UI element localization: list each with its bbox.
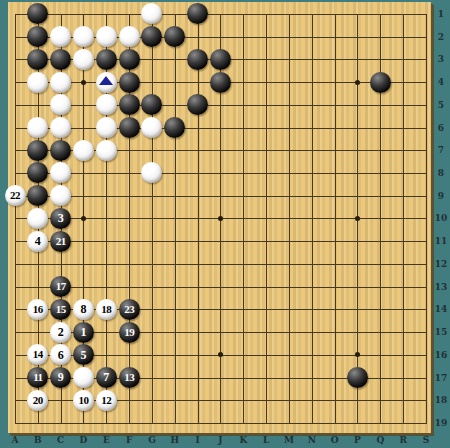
col-label-P: P: [350, 435, 364, 445]
stone-white-B6: [27, 117, 48, 138]
star-point-P10: [355, 216, 360, 221]
col-label-H: H: [168, 435, 182, 445]
move-number-label: 2: [58, 326, 64, 338]
stone-white-D17: [73, 367, 94, 388]
move-number-label: 14: [33, 349, 43, 360]
stone-white-C6: [50, 117, 71, 138]
stone-white-D14: 8: [73, 299, 94, 320]
stone-white-D2: [73, 26, 94, 47]
stone-white-G8: [141, 162, 162, 183]
move-number-label: 12: [101, 394, 111, 405]
stone-black-F15: 19: [119, 322, 140, 343]
stone-white-C16: 6: [50, 344, 71, 365]
star-point-D4: [81, 80, 86, 85]
row-label-6: 6: [433, 123, 449, 134]
stone-black-I1: [187, 3, 208, 24]
go-diagram: 2234211716158182321191465119713201012 AB…: [0, 0, 450, 448]
move-number-label: 21: [56, 235, 66, 246]
move-number-label: 3: [58, 212, 64, 224]
stone-black-D16: 5: [73, 344, 94, 365]
row-label-4: 4: [433, 77, 449, 88]
move-number-label: 22: [10, 190, 20, 201]
row-label-15: 15: [433, 327, 449, 338]
stone-black-F4: [119, 72, 140, 93]
stone-white-B18: 20: [27, 390, 48, 411]
stone-white-E6: [96, 117, 117, 138]
stone-white-C15: 2: [50, 322, 71, 343]
move-number-label: 8: [80, 303, 86, 315]
stone-white-E18: 12: [96, 390, 117, 411]
move-number-label: 7: [103, 371, 109, 383]
stone-white-D3: [73, 49, 94, 70]
stone-black-D15: 1: [73, 322, 94, 343]
stone-white-D18: 10: [73, 390, 94, 411]
stone-white-B14: 16: [27, 299, 48, 320]
col-label-C: C: [54, 435, 68, 445]
stone-black-E17: 7: [96, 367, 117, 388]
col-label-N: N: [305, 435, 319, 445]
row-label-10: 10: [433, 213, 449, 224]
stone-white-E5: [96, 94, 117, 115]
move-number-label: 18: [101, 303, 111, 314]
stone-white-E14: 18: [96, 299, 117, 320]
col-label-L: L: [259, 435, 273, 445]
stone-black-I3: [187, 49, 208, 70]
row-label-16: 16: [433, 350, 449, 361]
col-label-Q: Q: [373, 435, 387, 445]
move-number-label: 6: [58, 348, 64, 360]
stone-black-F17: 13: [119, 367, 140, 388]
col-label-D: D: [76, 435, 90, 445]
stone-white-E2: [96, 26, 117, 47]
stone-white-E4: [96, 72, 117, 93]
row-label-1: 1: [433, 9, 449, 20]
col-label-I: I: [191, 435, 205, 445]
col-label-J: J: [213, 435, 227, 445]
stone-white-G6: [141, 117, 162, 138]
row-label-8: 8: [433, 168, 449, 179]
stone-black-B9: [27, 185, 48, 206]
col-label-B: B: [31, 435, 45, 445]
stone-black-P17: [347, 367, 368, 388]
stone-white-B16: 14: [27, 344, 48, 365]
move-number-label: 5: [80, 348, 86, 360]
move-number-label: 23: [124, 303, 134, 314]
stone-black-C3: [50, 49, 71, 70]
stone-black-H6: [164, 117, 185, 138]
row-label-18: 18: [433, 395, 449, 406]
stone-black-C17: 9: [50, 367, 71, 388]
move-number-label: 9: [58, 371, 64, 383]
star-point-P16: [355, 352, 360, 357]
col-label-M: M: [282, 435, 296, 445]
move-number-label: 19: [124, 326, 134, 337]
stone-white-C5: [50, 94, 71, 115]
stone-black-B3: [27, 49, 48, 70]
row-label-2: 2: [433, 32, 449, 43]
col-label-G: G: [145, 435, 159, 445]
row-label-17: 17: [433, 373, 449, 384]
triangle-marker-icon: [99, 76, 113, 85]
row-label-11: 11: [433, 236, 449, 247]
stone-white-E7: [96, 140, 117, 161]
stone-black-J4: [210, 72, 231, 93]
stone-white-B4: [27, 72, 48, 93]
stone-black-B8: [27, 162, 48, 183]
move-number-label: 17: [56, 281, 66, 292]
row-label-9: 9: [433, 191, 449, 202]
stone-white-C2: [50, 26, 71, 47]
col-label-E: E: [99, 435, 113, 445]
stone-black-G5: [141, 94, 162, 115]
move-number-label: 11: [33, 371, 42, 382]
stone-black-C13: 17: [50, 276, 71, 297]
stone-white-D7: [73, 140, 94, 161]
stone-black-F3: [119, 49, 140, 70]
row-label-14: 14: [433, 304, 449, 315]
move-number-label: 15: [56, 303, 66, 314]
move-number-label: 10: [78, 394, 88, 405]
stone-white-F2: [119, 26, 140, 47]
stone-black-C14: 15: [50, 299, 71, 320]
star-point-J16: [218, 352, 223, 357]
stone-black-B7: [27, 140, 48, 161]
stone-black-B17: 11: [27, 367, 48, 388]
stone-white-B10: [27, 208, 48, 229]
star-point-P4: [355, 80, 360, 85]
stone-black-B2: [27, 26, 48, 47]
stone-black-J3: [210, 49, 231, 70]
move-number-label: 20: [33, 394, 43, 405]
col-label-A: A: [8, 435, 22, 445]
move-number-label: 13: [124, 371, 134, 382]
col-label-R: R: [396, 435, 410, 445]
goban[interactable]: 2234211716158182321191465119713201012: [4, 3, 438, 435]
stone-black-B1: [27, 3, 48, 24]
stone-black-H2: [164, 26, 185, 47]
col-label-K: K: [236, 435, 250, 445]
stone-black-G2: [141, 26, 162, 47]
col-label-F: F: [122, 435, 136, 445]
col-label-S: S: [419, 435, 433, 445]
stone-white-C4: [50, 72, 71, 93]
col-label-O: O: [328, 435, 342, 445]
row-label-13: 13: [433, 282, 449, 293]
stone-black-C10: 3: [50, 208, 71, 229]
stone-white-G1: [141, 3, 162, 24]
move-number-label: 4: [35, 235, 41, 247]
row-label-12: 12: [433, 259, 449, 270]
row-label-7: 7: [433, 145, 449, 156]
stone-black-Q4: [370, 72, 391, 93]
stone-white-A9: 22: [5, 185, 26, 206]
stone-white-C8: [50, 162, 71, 183]
stone-white-B11: 4: [27, 231, 48, 252]
row-label-3: 3: [433, 54, 449, 65]
stone-black-C11: 21: [50, 231, 71, 252]
row-label-19: 19: [433, 418, 449, 429]
stone-black-F6: [119, 117, 140, 138]
stone-black-C7: [50, 140, 71, 161]
star-point-D10: [81, 216, 86, 221]
move-number-label: 16: [33, 303, 43, 314]
stone-black-F14: 23: [119, 299, 140, 320]
star-point-J10: [218, 216, 223, 221]
row-label-5: 5: [433, 100, 449, 111]
stone-black-F5: [119, 94, 140, 115]
stone-white-C9: [50, 185, 71, 206]
stone-black-I5: [187, 94, 208, 115]
stone-black-E3: [96, 49, 117, 70]
move-number-label: 1: [80, 326, 86, 338]
